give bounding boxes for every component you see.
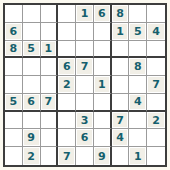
sudoku-cell-r7c7: 7 (112, 112, 130, 130)
sudoku-cell-r8c9[interactable] (147, 129, 165, 147)
sudoku-cell-r6c3: 7 (41, 94, 59, 112)
sudoku-cell-r8c4[interactable] (58, 129, 76, 147)
sudoku-cell-r1c4[interactable] (58, 5, 76, 23)
sudoku-cell-r7c4[interactable] (58, 112, 76, 130)
sudoku-board-container: 168615485167821756743729642791 (3, 3, 167, 167)
sudoku-cell-r9c3[interactable] (41, 147, 59, 165)
sudoku-cell-r6c1: 5 (5, 94, 23, 112)
sudoku-cell-r5c3[interactable] (41, 76, 59, 94)
sudoku-cell-r8c5: 6 (76, 129, 94, 147)
sudoku-cell-r7c9: 2 (147, 112, 165, 130)
sudoku-cell-r4c5: 7 (76, 58, 94, 76)
sudoku-cell-r5c2[interactable] (23, 76, 41, 94)
sudoku-cell-r1c8[interactable] (129, 5, 147, 23)
sudoku-cell-r4c8: 8 (129, 58, 147, 76)
sudoku-cell-r3c6[interactable] (94, 41, 112, 59)
sudoku-cell-r9c7[interactable] (112, 147, 130, 165)
sudoku-cell-r9c4: 7 (58, 147, 76, 165)
sudoku-cell-r2c8: 5 (129, 23, 147, 41)
sudoku-cell-r4c4: 6 (58, 58, 76, 76)
sudoku-cell-r8c8[interactable] (129, 129, 147, 147)
sudoku-cell-r8c1[interactable] (5, 129, 23, 147)
sudoku-cell-r3c4[interactable] (58, 41, 76, 59)
sudoku-cell-r2c5[interactable] (76, 23, 94, 41)
sudoku-cell-r2c3[interactable] (41, 23, 59, 41)
sudoku-cell-r1c6: 6 (94, 5, 112, 23)
sudoku-cell-r7c1[interactable] (5, 112, 23, 130)
sudoku-cell-r3c2: 5 (23, 41, 41, 59)
sudoku-cell-r6c4[interactable] (58, 94, 76, 112)
sudoku-cell-r7c2[interactable] (23, 112, 41, 130)
sudoku-cell-r7c8[interactable] (129, 112, 147, 130)
sudoku-cell-r1c1[interactable] (5, 5, 23, 23)
sudoku-cell-r4c3[interactable] (41, 58, 59, 76)
sudoku-cell-r3c7[interactable] (112, 41, 130, 59)
sudoku-cell-r3c1: 8 (5, 41, 23, 59)
sudoku-board: 168615485167821756743729642791 (3, 3, 167, 167)
sudoku-cell-r5c7[interactable] (112, 76, 130, 94)
sudoku-cell-r6c6[interactable] (94, 94, 112, 112)
sudoku-cell-r5c9: 7 (147, 76, 165, 94)
sudoku-cell-r4c6[interactable] (94, 58, 112, 76)
sudoku-cell-r9c8: 1 (129, 147, 147, 165)
sudoku-cell-r2c6[interactable] (94, 23, 112, 41)
sudoku-cell-r1c3[interactable] (41, 5, 59, 23)
sudoku-cell-r2c9: 4 (147, 23, 165, 41)
sudoku-cell-r4c7[interactable] (112, 58, 130, 76)
sudoku-cell-r2c1: 6 (5, 23, 23, 41)
sudoku-cell-r3c9[interactable] (147, 41, 165, 59)
sudoku-cell-r2c4[interactable] (58, 23, 76, 41)
sudoku-cell-r1c7: 8 (112, 5, 130, 23)
sudoku-cell-r1c9[interactable] (147, 5, 165, 23)
sudoku-cell-r8c3[interactable] (41, 129, 59, 147)
sudoku-cell-r6c2: 6 (23, 94, 41, 112)
sudoku-cell-r1c5: 1 (76, 5, 94, 23)
sudoku-cell-r6c8: 4 (129, 94, 147, 112)
sudoku-cell-r4c1[interactable] (5, 58, 23, 76)
sudoku-cell-r5c8[interactable] (129, 76, 147, 94)
sudoku-cell-r2c2[interactable] (23, 23, 41, 41)
sudoku-cell-r9c6: 9 (94, 147, 112, 165)
sudoku-cell-r9c2: 2 (23, 147, 41, 165)
sudoku-cell-r5c6: 1 (94, 76, 112, 94)
sudoku-cell-r9c5[interactable] (76, 147, 94, 165)
sudoku-cell-r7c5: 3 (76, 112, 94, 130)
sudoku-cell-r5c5[interactable] (76, 76, 94, 94)
sudoku-cell-r1c2[interactable] (23, 5, 41, 23)
sudoku-cell-r6c5[interactable] (76, 94, 94, 112)
sudoku-cell-r9c9[interactable] (147, 147, 165, 165)
sudoku-cell-r6c7[interactable] (112, 94, 130, 112)
sudoku-cell-r8c2: 9 (23, 129, 41, 147)
sudoku-cell-r3c5[interactable] (76, 41, 94, 59)
sudoku-cell-r8c6[interactable] (94, 129, 112, 147)
sudoku-cell-r5c1[interactable] (5, 76, 23, 94)
sudoku-cell-r6c9[interactable] (147, 94, 165, 112)
sudoku-cell-r3c8[interactable] (129, 41, 147, 59)
sudoku-cell-r3c3: 1 (41, 41, 59, 59)
sudoku-cell-r7c6[interactable] (94, 112, 112, 130)
sudoku-cell-r7c3[interactable] (41, 112, 59, 130)
sudoku-cell-r2c7: 1 (112, 23, 130, 41)
sudoku-cell-r8c7: 4 (112, 129, 130, 147)
sudoku-cell-r4c2[interactable] (23, 58, 41, 76)
sudoku-cell-r9c1[interactable] (5, 147, 23, 165)
sudoku-cell-r5c4: 2 (58, 76, 76, 94)
sudoku-cell-r4c9[interactable] (147, 58, 165, 76)
